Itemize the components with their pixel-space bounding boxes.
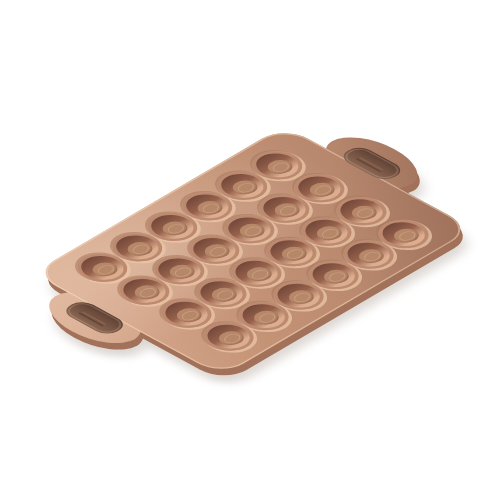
product-photo	[0, 0, 488, 488]
pan-sheen	[0, 75, 488, 436]
muffin-pan-photo	[0, 0, 488, 488]
